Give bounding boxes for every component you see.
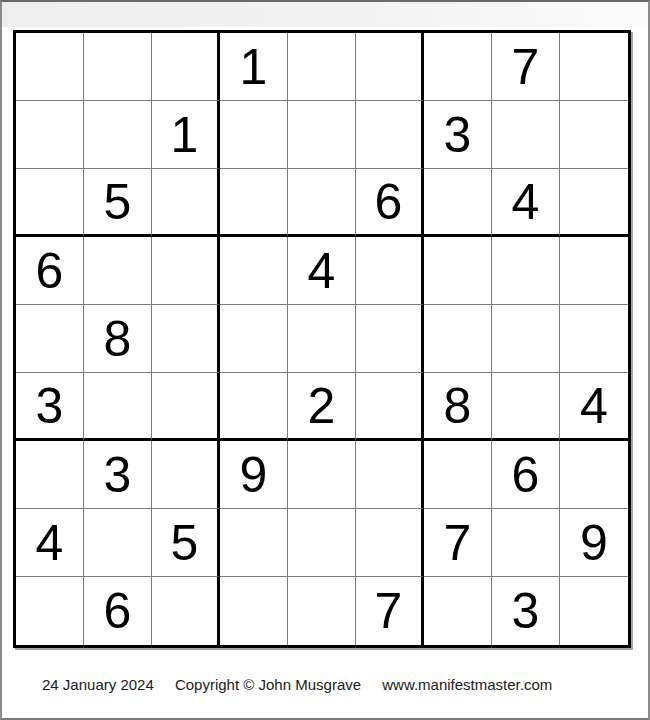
cell-r3c7 <box>424 169 492 237</box>
cell-r1c4: 1 <box>220 33 288 101</box>
cell-r4c8 <box>492 237 560 305</box>
footer-website: www.manifestmaster.com <box>382 676 552 693</box>
cell-r1c2 <box>84 33 152 101</box>
cell-r3c2: 5 <box>84 169 152 237</box>
cell-r2c9 <box>560 101 628 169</box>
cell-r7c8: 6 <box>492 441 560 509</box>
cell-r7c2: 3 <box>84 441 152 509</box>
cell-r9c2: 6 <box>84 577 152 645</box>
footer-date: 24 January 2024 <box>42 676 154 693</box>
cell-r5c8 <box>492 305 560 373</box>
cell-r7c6 <box>356 441 424 509</box>
cell-r7c1 <box>16 441 84 509</box>
cell-r7c3 <box>152 441 220 509</box>
cell-r8c7: 7 <box>424 509 492 577</box>
cell-r3c1 <box>16 169 84 237</box>
cell-r8c3: 5 <box>152 509 220 577</box>
cell-r4c3 <box>152 237 220 305</box>
cell-r8c6 <box>356 509 424 577</box>
sudoku-grid: 171356464832843964579673 <box>13 30 631 648</box>
cell-r4c6 <box>356 237 424 305</box>
cell-r2c4 <box>220 101 288 169</box>
cell-r1c3 <box>152 33 220 101</box>
cell-r7c4: 9 <box>220 441 288 509</box>
cell-r4c4 <box>220 237 288 305</box>
cell-r1c1 <box>16 33 84 101</box>
cell-r6c8 <box>492 373 560 441</box>
cell-r9c6: 7 <box>356 577 424 645</box>
cell-r8c4 <box>220 509 288 577</box>
cell-r8c9: 9 <box>560 509 628 577</box>
cell-r6c4 <box>220 373 288 441</box>
cell-r2c6 <box>356 101 424 169</box>
cell-r6c5: 2 <box>288 373 356 441</box>
cell-r2c5 <box>288 101 356 169</box>
cell-r9c4 <box>220 577 288 645</box>
cell-r4c9 <box>560 237 628 305</box>
cell-r9c5 <box>288 577 356 645</box>
cell-r5c2: 8 <box>84 305 152 373</box>
page: 171356464832843964579673 24 January 2024… <box>0 0 650 720</box>
cell-r7c9 <box>560 441 628 509</box>
cell-r9c3 <box>152 577 220 645</box>
cell-r3c8: 4 <box>492 169 560 237</box>
cell-r8c2 <box>84 509 152 577</box>
cell-r8c8 <box>492 509 560 577</box>
cell-r1c8: 7 <box>492 33 560 101</box>
footer-copyright: Copyright © John Musgrave <box>175 676 361 693</box>
cell-r5c6 <box>356 305 424 373</box>
cell-r5c9 <box>560 305 628 373</box>
cell-r4c5: 4 <box>288 237 356 305</box>
cell-r3c9 <box>560 169 628 237</box>
cell-r4c2 <box>84 237 152 305</box>
cell-r5c1 <box>16 305 84 373</box>
cell-r9c8: 3 <box>492 577 560 645</box>
cell-r5c3 <box>152 305 220 373</box>
cell-r1c5 <box>288 33 356 101</box>
cell-r1c9 <box>560 33 628 101</box>
cell-r6c1: 3 <box>16 373 84 441</box>
cell-r7c7 <box>424 441 492 509</box>
top-bar <box>2 2 648 27</box>
cell-r7c5 <box>288 441 356 509</box>
cell-r2c7: 3 <box>424 101 492 169</box>
cell-r3c6: 6 <box>356 169 424 237</box>
cell-r5c7 <box>424 305 492 373</box>
cell-r2c2 <box>84 101 152 169</box>
cell-r4c1: 6 <box>16 237 84 305</box>
cell-r4c7 <box>424 237 492 305</box>
cell-r6c3 <box>152 373 220 441</box>
cell-r3c3 <box>152 169 220 237</box>
footer: 24 January 2024 Copyright © John Musgrav… <box>42 676 648 693</box>
cell-r2c3: 1 <box>152 101 220 169</box>
cell-r8c1: 4 <box>16 509 84 577</box>
cell-r5c4 <box>220 305 288 373</box>
cell-r2c8 <box>492 101 560 169</box>
cell-r9c9 <box>560 577 628 645</box>
cell-r3c4 <box>220 169 288 237</box>
cell-r6c9: 4 <box>560 373 628 441</box>
cell-r9c7 <box>424 577 492 645</box>
cell-r2c1 <box>16 101 84 169</box>
cell-r6c2 <box>84 373 152 441</box>
cell-r1c7 <box>424 33 492 101</box>
cell-r6c6 <box>356 373 424 441</box>
cell-r1c6 <box>356 33 424 101</box>
cell-r3c5 <box>288 169 356 237</box>
cell-r8c5 <box>288 509 356 577</box>
cell-r6c7: 8 <box>424 373 492 441</box>
cell-r9c1 <box>16 577 84 645</box>
cell-r5c5 <box>288 305 356 373</box>
